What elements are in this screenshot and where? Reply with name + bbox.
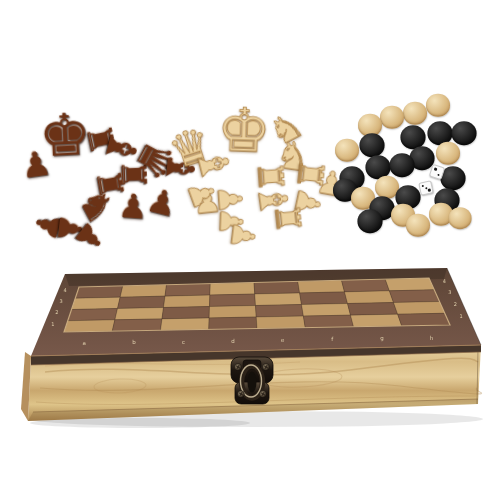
board-square xyxy=(162,307,210,319)
board-square xyxy=(255,293,302,306)
board-square xyxy=(394,302,445,315)
board-square xyxy=(302,304,351,317)
coordinate-label: a xyxy=(83,340,86,346)
board-square xyxy=(120,285,166,297)
latch-slot xyxy=(248,372,257,393)
board-square xyxy=(256,316,305,328)
board-square xyxy=(389,290,439,303)
coordinate-label: h xyxy=(430,335,434,341)
coordinate-label: 4 xyxy=(443,278,446,284)
board-square xyxy=(164,295,210,307)
board-square xyxy=(256,305,304,318)
board-square xyxy=(112,319,162,331)
board-square xyxy=(165,284,210,297)
board-square xyxy=(210,283,255,296)
coordinate-label: 3 xyxy=(448,289,451,295)
board-square xyxy=(385,278,434,291)
board-square xyxy=(348,303,398,316)
coordinate-label: 3 xyxy=(59,298,62,304)
board-square xyxy=(75,286,123,298)
board-square xyxy=(342,279,390,292)
coordinate-label: 1 xyxy=(51,321,54,327)
coordinate-label: 1 xyxy=(459,313,462,319)
board-square xyxy=(300,292,348,305)
board-square xyxy=(118,296,166,308)
board-square xyxy=(254,281,300,294)
coordinate-label: e xyxy=(281,337,285,343)
folded-chessboard-box: abcdefgh44332211 xyxy=(0,0,500,500)
board-square xyxy=(398,313,450,326)
coordinate-label: 4 xyxy=(63,287,66,293)
coordinate-label: c xyxy=(182,339,185,345)
board-square xyxy=(351,314,402,327)
board-square xyxy=(64,320,115,332)
coordinate-label: 2 xyxy=(55,309,58,315)
coordinate-label: b xyxy=(132,339,136,345)
board-square xyxy=(209,317,257,329)
board-square xyxy=(209,306,256,318)
board-square xyxy=(161,318,210,330)
board-square xyxy=(72,297,121,309)
board-square xyxy=(115,308,164,320)
board-square xyxy=(68,309,118,321)
board-square xyxy=(345,291,394,304)
coordinate-label: d xyxy=(231,338,235,344)
board-square xyxy=(303,315,353,328)
coordinate-label: g xyxy=(380,335,384,342)
coordinate-label: 2 xyxy=(454,301,457,307)
board-square xyxy=(210,294,256,307)
product-photo-canvas: abcdefgh44332211 ♚♟♜♝♜♛♝♜♞♟♟♟♟♟ ♚♛♞♞♝♜♜♟… xyxy=(0,0,500,500)
board-square xyxy=(298,280,345,293)
